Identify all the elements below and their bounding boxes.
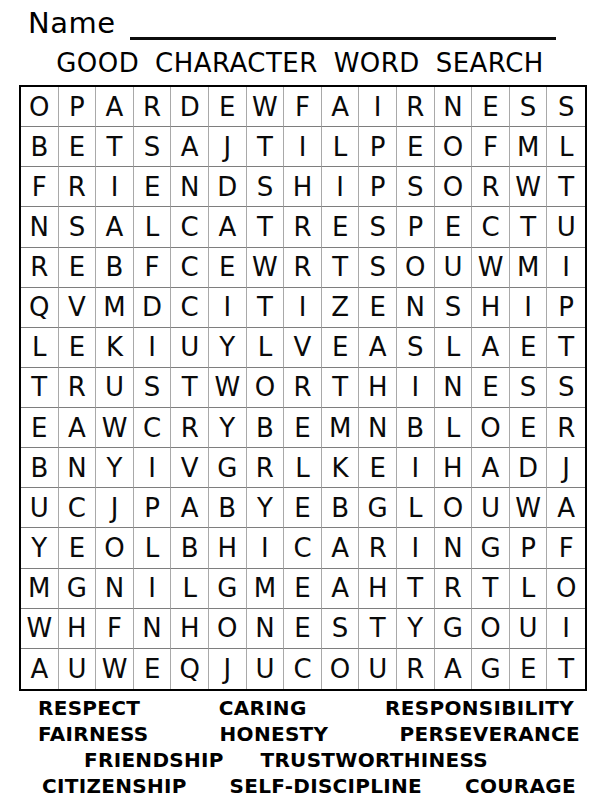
- grid-cell[interactable]: L: [171, 569, 209, 609]
- grid-cell[interactable]: N: [397, 288, 435, 328]
- grid-cell[interactable]: B: [322, 488, 360, 528]
- grid-cell[interactable]: W: [510, 488, 548, 528]
- page-title: GOOD CHARACTER WORD SEARCH: [0, 48, 600, 78]
- word-list-item: COURAGE: [465, 774, 576, 798]
- grid-cell[interactable]: K: [322, 448, 360, 488]
- grid-cell[interactable]: T: [547, 328, 585, 368]
- grid-cell[interactable]: E: [209, 87, 247, 127]
- grid-cell[interactable]: L: [397, 488, 435, 528]
- grid-cell[interactable]: E: [472, 368, 510, 408]
- grid-cell[interactable]: L: [435, 408, 473, 448]
- grid-cell[interactable]: I: [284, 127, 322, 167]
- grid-cell[interactable]: R: [472, 167, 510, 207]
- grid-cell[interactable]: P: [359, 127, 397, 167]
- grid-cell[interactable]: C: [472, 207, 510, 247]
- grid-cell[interactable]: Q: [171, 649, 209, 689]
- grid-cell[interactable]: N: [359, 408, 397, 448]
- grid-cell[interactable]: T: [547, 167, 585, 207]
- grid-cell[interactable]: E: [435, 207, 473, 247]
- grid-cell[interactable]: N: [96, 569, 134, 609]
- grid-cell[interactable]: S: [59, 207, 97, 247]
- grid-cell[interactable]: Y: [209, 408, 247, 448]
- grid-cell[interactable]: B: [21, 448, 59, 488]
- grid-cell[interactable]: E: [510, 649, 548, 689]
- name-blank-line: [130, 8, 556, 40]
- grid-cell[interactable]: L: [134, 207, 172, 247]
- grid-cell[interactable]: G: [59, 569, 97, 609]
- grid-cell[interactable]: E: [284, 569, 322, 609]
- grid-cell[interactable]: E: [134, 649, 172, 689]
- grid-cell[interactable]: O: [435, 488, 473, 528]
- grid-cell[interactable]: T: [322, 248, 360, 288]
- grid-cell[interactable]: O: [435, 127, 473, 167]
- grid-cell[interactable]: H: [59, 609, 97, 649]
- grid-cell[interactable]: E: [59, 328, 97, 368]
- grid-cell[interactable]: A: [209, 207, 247, 247]
- grid-cell[interactable]: I: [209, 288, 247, 328]
- word-list-item: FRIENDSHIP: [84, 748, 224, 772]
- grid-cell[interactable]: R: [59, 167, 97, 207]
- word-list-item: CARING: [219, 696, 307, 720]
- grid-cell[interactable]: R: [435, 569, 473, 609]
- grid-cell[interactable]: M: [322, 408, 360, 448]
- grid-cell[interactable]: M: [96, 288, 134, 328]
- grid-cell[interactable]: T: [247, 288, 285, 328]
- grid-cell[interactable]: T: [21, 368, 59, 408]
- grid-cell[interactable]: T: [547, 649, 585, 689]
- grid-cell[interactable]: N: [247, 609, 285, 649]
- grid-cell[interactable]: T: [171, 368, 209, 408]
- grid-cell[interactable]: S: [247, 167, 285, 207]
- grid-cell[interactable]: B: [209, 488, 247, 528]
- grid-cell[interactable]: D: [209, 167, 247, 207]
- grid-cell[interactable]: U: [359, 649, 397, 689]
- grid-cell[interactable]: C: [171, 248, 209, 288]
- grid-cell[interactable]: E: [322, 207, 360, 247]
- grid-cell[interactable]: J: [547, 448, 585, 488]
- word-list-line: FRIENDSHIPTRUSTWORTHINESS: [0, 747, 600, 773]
- word-list-item: PERSEVERANCE: [400, 722, 581, 746]
- grid-cell[interactable]: H: [472, 288, 510, 328]
- grid-cell[interactable]: A: [359, 328, 397, 368]
- grid-cell[interactable]: E: [397, 127, 435, 167]
- grid-cell[interactable]: P: [359, 167, 397, 207]
- grid-cell[interactable]: E: [59, 248, 97, 288]
- grid-cell[interactable]: E: [21, 408, 59, 448]
- grid-cell[interactable]: A: [472, 448, 510, 488]
- grid-cell[interactable]: L: [284, 448, 322, 488]
- word-list-line: FAIRNESSHONESTYPERSEVERANCE: [0, 721, 600, 747]
- grid-cell[interactable]: R: [397, 87, 435, 127]
- grid-cell[interactable]: W: [96, 649, 134, 689]
- grid-cell[interactable]: M: [247, 569, 285, 609]
- grid-cell[interactable]: S: [359, 207, 397, 247]
- grid-cell[interactable]: F: [134, 248, 172, 288]
- grid-cell[interactable]: E: [510, 408, 548, 448]
- grid-cell[interactable]: E: [359, 288, 397, 328]
- grid-cell[interactable]: B: [96, 248, 134, 288]
- name-label: Name: [28, 6, 116, 40]
- grid-cell[interactable]: H: [359, 569, 397, 609]
- grid-cell[interactable]: C: [59, 488, 97, 528]
- grid-cell[interactable]: C: [171, 207, 209, 247]
- grid-cell[interactable]: U: [547, 207, 585, 247]
- grid-cell[interactable]: R: [547, 408, 585, 448]
- grid-cell[interactable]: A: [171, 127, 209, 167]
- grid-cell[interactable]: O: [435, 167, 473, 207]
- grid-cell[interactable]: N: [59, 448, 97, 488]
- grid-cell[interactable]: J: [209, 649, 247, 689]
- grid-cell[interactable]: S: [510, 368, 548, 408]
- grid-cell[interactable]: C: [284, 649, 322, 689]
- grid-cell[interactable]: G: [472, 649, 510, 689]
- grid-cell[interactable]: E: [284, 609, 322, 649]
- grid-cell[interactable]: W: [247, 248, 285, 288]
- grid-cell[interactable]: T: [510, 207, 548, 247]
- grid-cell[interactable]: T: [359, 609, 397, 649]
- grid-cell[interactable]: E: [510, 328, 548, 368]
- grid-cell[interactable]: E: [134, 167, 172, 207]
- word-search-grid: OPARDEWFAIRNESSBETSAJTILPEOFMLFRIENDSHIP…: [19, 85, 587, 691]
- grid-cell[interactable]: R: [59, 368, 97, 408]
- grid-cell[interactable]: B: [247, 408, 285, 448]
- grid-cell[interactable]: Y: [209, 328, 247, 368]
- grid-cell[interactable]: E: [209, 248, 247, 288]
- grid-cell[interactable]: P: [397, 207, 435, 247]
- grid-cell[interactable]: T: [322, 368, 360, 408]
- grid-cell[interactable]: K: [96, 328, 134, 368]
- grid-cell[interactable]: C: [284, 528, 322, 568]
- grid-cell[interactable]: V: [59, 288, 97, 328]
- grid-cell[interactable]: S: [435, 288, 473, 328]
- grid-cell[interactable]: S: [510, 87, 548, 127]
- grid-cell[interactable]: B: [21, 127, 59, 167]
- worksheet-page: Name GOOD CHARACTER WORD SEARCH OPARDEWF…: [0, 0, 600, 800]
- name-row: Name: [28, 6, 556, 40]
- word-list-item: RESPONSIBILITY: [385, 696, 574, 720]
- grid-cell[interactable]: O: [209, 609, 247, 649]
- grid-cell[interactable]: W: [472, 248, 510, 288]
- grid-cell[interactable]: L: [322, 127, 360, 167]
- grid-cell[interactable]: P: [59, 87, 97, 127]
- grid-cell[interactable]: D: [134, 288, 172, 328]
- grid-cell[interactable]: Y: [247, 488, 285, 528]
- grid-cell[interactable]: Y: [21, 528, 59, 568]
- grid-cell[interactable]: G: [472, 528, 510, 568]
- grid-cell[interactable]: S: [322, 609, 360, 649]
- grid-cell[interactable]: U: [435, 248, 473, 288]
- grid-cell[interactable]: A: [547, 488, 585, 528]
- grid-cell[interactable]: U: [59, 649, 97, 689]
- word-list: RESPECTCARINGRESPONSIBILITYFAIRNESSHONES…: [0, 695, 600, 799]
- grid-cell[interactable]: E: [472, 87, 510, 127]
- grid-cell[interactable]: D: [510, 448, 548, 488]
- grid-cell[interactable]: I: [284, 288, 322, 328]
- grid-cell[interactable]: Q: [21, 288, 59, 328]
- grid-cell[interactable]: A: [96, 207, 134, 247]
- grid-cell[interactable]: A: [96, 87, 134, 127]
- word-list-item: FAIRNESS: [38, 722, 148, 746]
- grid-cell[interactable]: A: [435, 649, 473, 689]
- grid-cell[interactable]: A: [322, 87, 360, 127]
- grid-cell[interactable]: R: [134, 87, 172, 127]
- grid-cell[interactable]: U: [96, 368, 134, 408]
- grid-cell[interactable]: T: [247, 207, 285, 247]
- grid-cell[interactable]: G: [359, 488, 397, 528]
- grid-cell[interactable]: W: [510, 167, 548, 207]
- grid-cell[interactable]: A: [171, 488, 209, 528]
- grid-cell[interactable]: A: [21, 649, 59, 689]
- grid-cell[interactable]: M: [510, 127, 548, 167]
- grid-cell[interactable]: J: [96, 488, 134, 528]
- grid-cell[interactable]: I: [247, 528, 285, 568]
- grid-cell[interactable]: N: [435, 87, 473, 127]
- grid-cell[interactable]: S: [134, 127, 172, 167]
- grid-cell[interactable]: B: [171, 528, 209, 568]
- grid-cell[interactable]: E: [359, 448, 397, 488]
- grid-cell[interactable]: M: [21, 569, 59, 609]
- word-list-item: CITIZENSHIP: [42, 774, 187, 798]
- grid-cell[interactable]: A: [472, 328, 510, 368]
- grid-cell[interactable]: F: [472, 127, 510, 167]
- grid-cell[interactable]: F: [21, 167, 59, 207]
- grid-cell[interactable]: V: [284, 328, 322, 368]
- grid-cell[interactable]: L: [510, 569, 548, 609]
- grid-cell[interactable]: I: [134, 328, 172, 368]
- grid-cell[interactable]: R: [171, 408, 209, 448]
- grid-cell[interactable]: I: [397, 448, 435, 488]
- grid-cell[interactable]: Z: [322, 288, 360, 328]
- grid-cell[interactable]: I: [547, 248, 585, 288]
- grid-cell[interactable]: P: [547, 288, 585, 328]
- grid-cell[interactable]: G: [209, 448, 247, 488]
- grid-cell[interactable]: S: [547, 87, 585, 127]
- word-list-item: RESPECT: [38, 696, 140, 720]
- grid-cell[interactable]: R: [284, 368, 322, 408]
- grid-cell[interactable]: P: [134, 488, 172, 528]
- grid-cell[interactable]: I: [134, 569, 172, 609]
- grid-cell[interactable]: N: [21, 207, 59, 247]
- grid-cell[interactable]: S: [397, 167, 435, 207]
- word-list-line: RESPECTCARINGRESPONSIBILITY: [0, 695, 600, 721]
- grid-cell[interactable]: E: [59, 127, 97, 167]
- grid-cell[interactable]: E: [284, 408, 322, 448]
- grid-cell[interactable]: F: [284, 87, 322, 127]
- grid-cell[interactable]: E: [59, 528, 97, 568]
- grid-cell[interactable]: W: [21, 609, 59, 649]
- grid-cell[interactable]: U: [247, 649, 285, 689]
- grid-cell[interactable]: L: [547, 127, 585, 167]
- grid-cell[interactable]: G: [209, 569, 247, 609]
- word-list-item: TRUSTWORTHINESS: [260, 748, 488, 772]
- grid-cell[interactable]: W: [247, 87, 285, 127]
- grid-cell[interactable]: S: [547, 368, 585, 408]
- grid-cell[interactable]: O: [472, 408, 510, 448]
- grid-cell[interactable]: R: [247, 448, 285, 488]
- grid-cell[interactable]: Y: [96, 448, 134, 488]
- grid-cell[interactable]: T: [397, 569, 435, 609]
- grid-cell[interactable]: H: [435, 448, 473, 488]
- grid-cell[interactable]: L: [21, 328, 59, 368]
- grid-cell[interactable]: I: [134, 448, 172, 488]
- grid-cell[interactable]: A: [322, 528, 360, 568]
- grid-cell[interactable]: N: [134, 609, 172, 649]
- grid-cell[interactable]: E: [284, 488, 322, 528]
- grid-cell[interactable]: V: [171, 448, 209, 488]
- word-list-item: SELF-DISCIPLINE: [230, 774, 422, 798]
- grid-cell[interactable]: F: [547, 528, 585, 568]
- grid-cell[interactable]: H: [284, 167, 322, 207]
- word-list-line: CITIZENSHIPSELF-DISCIPLINECOURAGE: [0, 773, 600, 799]
- grid-cell[interactable]: D: [171, 87, 209, 127]
- grid-cell[interactable]: O: [96, 528, 134, 568]
- grid-cell[interactable]: C: [171, 288, 209, 328]
- grid-cell[interactable]: I: [322, 167, 360, 207]
- grid-cell[interactable]: G: [435, 609, 473, 649]
- grid-cell[interactable]: H: [209, 528, 247, 568]
- grid-cell[interactable]: P: [510, 528, 548, 568]
- grid-cell[interactable]: O: [21, 87, 59, 127]
- grid-cell[interactable]: O: [247, 368, 285, 408]
- grid-cell[interactable]: S: [359, 248, 397, 288]
- grid-cell[interactable]: H: [359, 368, 397, 408]
- grid-cell[interactable]: I: [359, 87, 397, 127]
- grid-cell[interactable]: B: [397, 408, 435, 448]
- grid-cell[interactable]: O: [322, 649, 360, 689]
- grid-cell[interactable]: J: [209, 127, 247, 167]
- grid-cell[interactable]: Y: [397, 609, 435, 649]
- grid-cell[interactable]: R: [284, 248, 322, 288]
- grid-cell[interactable]: U: [21, 488, 59, 528]
- grid-cell[interactable]: S: [397, 328, 435, 368]
- grid-cell[interactable]: A: [59, 408, 97, 448]
- grid-cell[interactable]: L: [435, 328, 473, 368]
- grid-cell[interactable]: T: [472, 569, 510, 609]
- grid-cell[interactable]: I: [510, 288, 548, 328]
- grid-cell[interactable]: I: [547, 609, 585, 649]
- grid-cell[interactable]: N: [435, 368, 473, 408]
- grid-cell[interactable]: F: [96, 609, 134, 649]
- word-list-item: HONESTY: [220, 722, 329, 746]
- grid-cell[interactable]: L: [134, 528, 172, 568]
- grid-cell[interactable]: O: [472, 609, 510, 649]
- grid-cell[interactable]: E: [322, 328, 360, 368]
- grid-cell[interactable]: T: [96, 127, 134, 167]
- grid-cell[interactable]: C: [134, 408, 172, 448]
- grid-cell[interactable]: R: [284, 207, 322, 247]
- grid-cell[interactable]: U: [171, 328, 209, 368]
- grid-cell[interactable]: R: [359, 528, 397, 568]
- grid-cell[interactable]: R: [21, 248, 59, 288]
- grid-cell[interactable]: H: [171, 609, 209, 649]
- grid-cell[interactable]: R: [397, 649, 435, 689]
- grid-cell[interactable]: I: [397, 528, 435, 568]
- grid-cell[interactable]: O: [397, 248, 435, 288]
- grid-cell[interactable]: N: [171, 167, 209, 207]
- grid-cell[interactable]: A: [322, 569, 360, 609]
- grid-cell[interactable]: M: [510, 248, 548, 288]
- grid-cell[interactable]: N: [435, 528, 473, 568]
- grid-cell[interactable]: T: [247, 127, 285, 167]
- grid-cell[interactable]: W: [209, 368, 247, 408]
- grid-cell[interactable]: S: [134, 368, 172, 408]
- grid-cell[interactable]: I: [96, 167, 134, 207]
- grid-cell[interactable]: U: [510, 609, 548, 649]
- grid-cell[interactable]: W: [96, 408, 134, 448]
- grid-cell[interactable]: O: [547, 569, 585, 609]
- grid-cell[interactable]: L: [247, 328, 285, 368]
- grid-cell[interactable]: I: [397, 368, 435, 408]
- grid-cell[interactable]: U: [472, 488, 510, 528]
